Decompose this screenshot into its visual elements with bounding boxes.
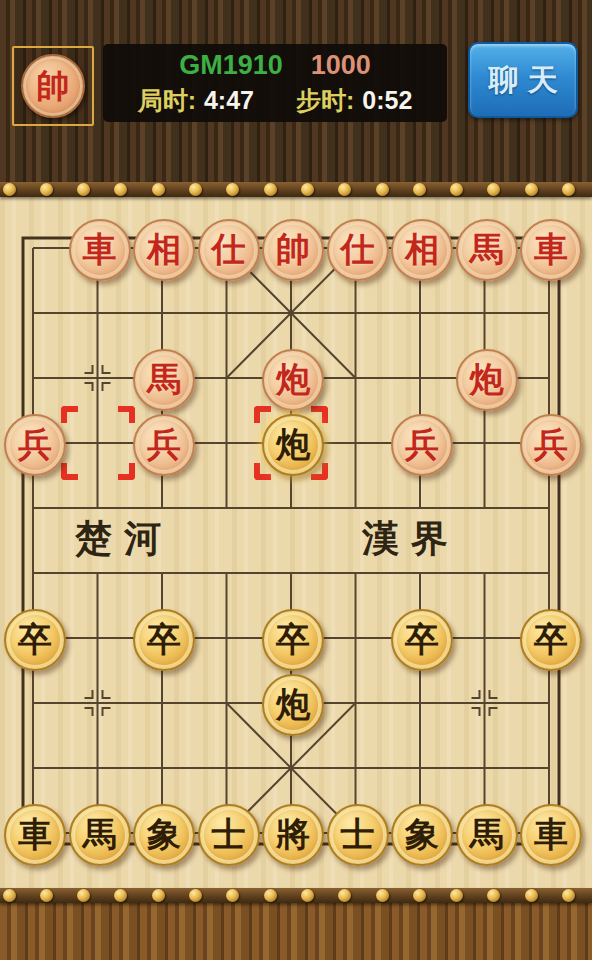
rivet	[77, 889, 90, 902]
piece-red-soldier[interactable]: 兵	[4, 414, 66, 476]
game-time-value: 4:47	[204, 86, 254, 115]
piece-character: 車	[534, 233, 568, 267]
player-info-panel: GM1910 1000 局时: 4:47 步时: 0:52	[103, 44, 447, 122]
piece-character: 兵	[405, 428, 439, 462]
rivet	[264, 183, 277, 196]
rivet	[264, 889, 277, 902]
rivet	[338, 183, 351, 196]
piece-black-chariot[interactable]: 車	[4, 804, 66, 866]
piece-character: 卒	[276, 623, 310, 657]
piece-red-chariot[interactable]: 車	[520, 219, 582, 281]
piece-black-soldier[interactable]: 卒	[262, 609, 324, 671]
red-general-seal-button[interactable]: 帥	[12, 46, 94, 126]
player-rating: 1000	[311, 50, 371, 81]
rivet	[301, 183, 314, 196]
piece-character: 兵	[147, 428, 181, 462]
rivet	[525, 183, 538, 196]
piece-black-cannon[interactable]: 炮	[262, 414, 324, 476]
rivet	[3, 889, 16, 902]
background-wood-bottom	[0, 903, 592, 960]
piece-character: 兵	[18, 428, 52, 462]
piece-red-advisor[interactable]: 仕	[198, 219, 260, 281]
rivet	[189, 889, 202, 902]
piece-red-chariot[interactable]: 車	[69, 219, 131, 281]
piece-character: 士	[341, 818, 375, 852]
river-label-right: 漢界	[362, 514, 460, 564]
piece-black-cannon[interactable]: 炮	[262, 674, 324, 736]
piece-character: 卒	[405, 623, 439, 657]
piece-character: 仕	[341, 233, 375, 267]
piece-black-advisor[interactable]: 士	[198, 804, 260, 866]
piece-character: 車	[18, 818, 52, 852]
piece-character: 帥	[276, 233, 310, 267]
rivet	[525, 889, 538, 902]
rivet	[487, 889, 500, 902]
player-info-line: GM1910 1000	[179, 50, 371, 81]
rivet	[562, 183, 575, 196]
piece-black-soldier[interactable]: 卒	[133, 609, 195, 671]
piece-character: 象	[405, 818, 439, 852]
rivet	[77, 183, 90, 196]
river-label-left: 楚河	[75, 514, 173, 564]
game-time-label: 局时:	[138, 84, 196, 117]
piece-black-horse[interactable]: 馬	[456, 804, 518, 866]
piece-black-chariot[interactable]: 車	[520, 804, 582, 866]
piece-character: 炮	[276, 688, 310, 722]
piece-red-horse[interactable]: 馬	[456, 219, 518, 281]
piece-black-advisor[interactable]: 士	[327, 804, 389, 866]
piece-character: 相	[147, 233, 181, 267]
piece-character: 仕	[212, 233, 246, 267]
rivet	[40, 889, 53, 902]
rivet	[114, 889, 127, 902]
piece-character: 兵	[534, 428, 568, 462]
rivet	[376, 183, 389, 196]
piece-red-advisor[interactable]: 仕	[327, 219, 389, 281]
rivet	[487, 183, 500, 196]
piece-character: 馬	[83, 818, 117, 852]
rivet	[226, 889, 239, 902]
piece-black-elephant[interactable]: 象	[391, 804, 453, 866]
rivet	[450, 183, 463, 196]
piece-red-elephant[interactable]: 相	[133, 219, 195, 281]
move-time-label: 步时:	[296, 84, 354, 117]
piece-black-soldier[interactable]: 卒	[520, 609, 582, 671]
piece-red-cannon[interactable]: 炮	[262, 349, 324, 411]
piece-character: 相	[405, 233, 439, 267]
piece-character: 士	[212, 818, 246, 852]
rivet	[114, 183, 127, 196]
rivet	[450, 889, 463, 902]
move-time-value: 0:52	[362, 86, 412, 115]
piece-black-general[interactable]: 將	[262, 804, 324, 866]
rivet	[301, 889, 314, 902]
piece-character: 象	[147, 818, 181, 852]
rivet	[152, 183, 165, 196]
rivet	[189, 183, 202, 196]
rivet	[152, 889, 165, 902]
rivet	[376, 889, 389, 902]
piece-character: 炮	[470, 363, 504, 397]
rivet	[226, 183, 239, 196]
piece-red-cannon[interactable]: 炮	[456, 349, 518, 411]
piece-red-soldier[interactable]: 兵	[391, 414, 453, 476]
piece-black-elephant[interactable]: 象	[133, 804, 195, 866]
piece-red-horse[interactable]: 馬	[133, 349, 195, 411]
player-name: GM1910	[179, 50, 283, 81]
rivet-rail-top	[0, 182, 592, 197]
piece-character: 卒	[147, 623, 181, 657]
piece-red-elephant[interactable]: 相	[391, 219, 453, 281]
piece-black-soldier[interactable]: 卒	[391, 609, 453, 671]
piece-red-soldier[interactable]: 兵	[520, 414, 582, 476]
xiangqi-app-screen: 楚河 漢界 車相仕帥仕相馬車馬炮炮兵兵兵兵炮卒卒卒卒卒炮車馬象士將士象馬車 帥 …	[0, 0, 592, 960]
piece-red-general[interactable]: 帥	[262, 219, 324, 281]
rivet	[562, 889, 575, 902]
piece-black-soldier[interactable]: 卒	[4, 609, 66, 671]
timers-line: 局时: 4:47 步时: 0:52	[138, 84, 413, 117]
rivet	[3, 183, 16, 196]
piece-character: 將	[276, 818, 310, 852]
rivet	[40, 183, 53, 196]
chat-button[interactable]: 聊天	[468, 42, 578, 118]
piece-character: 車	[534, 818, 568, 852]
general-piece-icon: 帥	[21, 54, 85, 118]
rivet-rail-bottom	[0, 888, 592, 903]
rivet	[413, 889, 426, 902]
piece-character: 馬	[147, 363, 181, 397]
rivet	[413, 183, 426, 196]
piece-black-horse[interactable]: 馬	[69, 804, 131, 866]
seal-character: 帥	[37, 64, 70, 109]
piece-character: 車	[83, 233, 117, 267]
piece-character: 炮	[276, 363, 310, 397]
piece-character: 卒	[534, 623, 568, 657]
piece-character: 馬	[470, 818, 504, 852]
rivet	[338, 889, 351, 902]
piece-character: 炮	[276, 428, 310, 462]
piece-red-soldier[interactable]: 兵	[133, 414, 195, 476]
piece-character: 馬	[470, 233, 504, 267]
piece-character: 卒	[18, 623, 52, 657]
